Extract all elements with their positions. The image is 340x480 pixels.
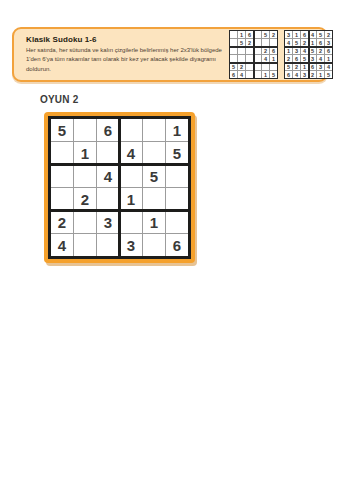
solution-cell-r5c1: 5 [285, 63, 292, 70]
sudoku-cell-r1c6: 1 [166, 119, 188, 141]
sudoku-cell-r5c6[interactable] [166, 211, 188, 233]
box-divider-vertical-icon [118, 119, 121, 256]
solution-cell-r6c2: 4 [293, 71, 300, 78]
sudoku-cell-r6c6: 6 [166, 234, 188, 256]
box-divider-horizontal-icon [230, 62, 277, 64]
solution-cell-r3c4: 5 [309, 47, 316, 54]
sudoku-cell-r5c5: 1 [143, 211, 165, 233]
box-divider-horizontal-icon [51, 209, 188, 212]
solution-cell-r5c2: 2 [293, 63, 300, 70]
header-title: Klasik Sudoku 1-6 [26, 35, 97, 44]
sudoku-cell-r4c6[interactable] [166, 188, 188, 210]
example-cell-r6c1: 6 [230, 71, 237, 78]
sudoku-cell-r6c3[interactable] [97, 234, 119, 256]
solution-cell-r6c5: 1 [317, 71, 324, 78]
sudoku-cell-r1c2[interactable] [74, 119, 96, 141]
sudoku-cell-r3c4[interactable] [120, 165, 142, 187]
example-cell-r3c4 [254, 47, 261, 54]
solution-cell-r3c1: 1 [285, 47, 292, 54]
example-cell-r1c6: 2 [270, 31, 277, 38]
instructions-panel: Klasik Sudoku 1-6 Her satırda, her sütun… [12, 27, 328, 82]
sudoku-cell-r4c2: 2 [74, 188, 96, 210]
example-cell-r6c6: 5 [270, 71, 277, 78]
sudoku-board-frame: 5611454521231436 [44, 112, 195, 263]
sudoku-cell-r5c2[interactable] [74, 211, 96, 233]
example-cell-r1c2: 1 [238, 31, 245, 38]
page: Klasik Sudoku 1-6 Her satırda, her sütun… [0, 0, 340, 480]
example-cell-r5c5 [262, 63, 269, 70]
header-instructions: Her satırda, her sütunda ve kalın çizgil… [26, 46, 228, 74]
example-cell-r5c6 [270, 63, 277, 70]
solution-cell-r5c4: 6 [309, 63, 316, 70]
example-cell-r6c5: 1 [262, 71, 269, 78]
solution-cell-r1c2: 1 [293, 31, 300, 38]
box-divider-vertical-icon [253, 31, 255, 78]
solution-cell-r5c5: 3 [317, 63, 324, 70]
sudoku-cell-r4c5[interactable] [143, 188, 165, 210]
sudoku-cell-r6c5[interactable] [143, 234, 165, 256]
solution-cell-r6c1: 6 [285, 71, 292, 78]
sudoku-cell-r2c2: 1 [74, 142, 96, 164]
sudoku-board: 5611454521231436 [48, 116, 191, 259]
box-divider-horizontal-icon [51, 163, 188, 166]
sudoku-cell-r5c3: 3 [97, 211, 119, 233]
box-divider-horizontal-icon [285, 46, 332, 48]
sudoku-cell-r5c4[interactable] [120, 211, 142, 233]
box-divider-vertical-icon [308, 31, 310, 78]
solution-cell-r1c4: 4 [309, 31, 316, 38]
sudoku-cell-r4c4: 1 [120, 188, 142, 210]
sudoku-cell-r1c1: 5 [51, 119, 73, 141]
example-cell-r3c6: 6 [270, 47, 277, 54]
example-puzzle-board: 1652522641526415 [229, 30, 278, 79]
sudoku-cell-r4c1[interactable] [51, 188, 73, 210]
sudoku-cell-r6c4: 3 [120, 234, 142, 256]
sudoku-cell-r1c4[interactable] [120, 119, 142, 141]
solution-cell-r1c6: 2 [325, 31, 332, 38]
example-cell-r6c4 [254, 71, 261, 78]
solution-cell-r6c4: 2 [309, 71, 316, 78]
example-cell-r5c1: 5 [230, 63, 237, 70]
sudoku-cell-r6c2[interactable] [74, 234, 96, 256]
example-cell-r5c2: 2 [238, 63, 245, 70]
sudoku-cell-r2c4: 4 [120, 142, 142, 164]
sudoku-cell-r1c5[interactable] [143, 119, 165, 141]
example-cell-r6c2: 4 [238, 71, 245, 78]
sudoku-cell-r2c3[interactable] [97, 142, 119, 164]
solution-cell-r3c2: 3 [293, 47, 300, 54]
sudoku-cell-r2c6: 5 [166, 142, 188, 164]
sudoku-cell-r3c1[interactable] [51, 165, 73, 187]
box-divider-horizontal-icon [230, 46, 277, 48]
solution-cell-r3c6: 6 [325, 47, 332, 54]
solution-cell-r1c1: 3 [285, 31, 292, 38]
sudoku-cell-r6c1: 4 [51, 234, 73, 256]
sudoku-cell-r3c5: 5 [143, 165, 165, 187]
sudoku-cell-r2c5[interactable] [143, 142, 165, 164]
example-cell-r1c4 [254, 31, 261, 38]
sudoku-cell-r3c2[interactable] [74, 165, 96, 187]
example-cell-r3c2 [238, 47, 245, 54]
example-solution-board: 316452452163134526265341521634643215 [284, 30, 333, 79]
sudoku-cell-r2c1[interactable] [51, 142, 73, 164]
sudoku-cell-r3c3: 4 [97, 165, 119, 187]
example-cell-r5c4 [254, 63, 261, 70]
sudoku-cell-r5c1: 2 [51, 211, 73, 233]
sudoku-cell-r3c6[interactable] [166, 165, 188, 187]
sudoku-cell-r1c3: 6 [97, 119, 119, 141]
example-cell-r3c1 [230, 47, 237, 54]
solution-cell-r1c5: 5 [317, 31, 324, 38]
solution-cell-r6c6: 5 [325, 71, 332, 78]
example-cell-r1c1 [230, 31, 237, 38]
game-title: OYUN 2 [40, 94, 78, 105]
example-cell-r3c5: 2 [262, 47, 269, 54]
solution-cell-r3c5: 2 [317, 47, 324, 54]
sudoku-cell-r4c3[interactable] [97, 188, 119, 210]
box-divider-horizontal-icon [285, 62, 332, 64]
example-cell-r1c5: 5 [262, 31, 269, 38]
solution-cell-r5c6: 4 [325, 63, 332, 70]
